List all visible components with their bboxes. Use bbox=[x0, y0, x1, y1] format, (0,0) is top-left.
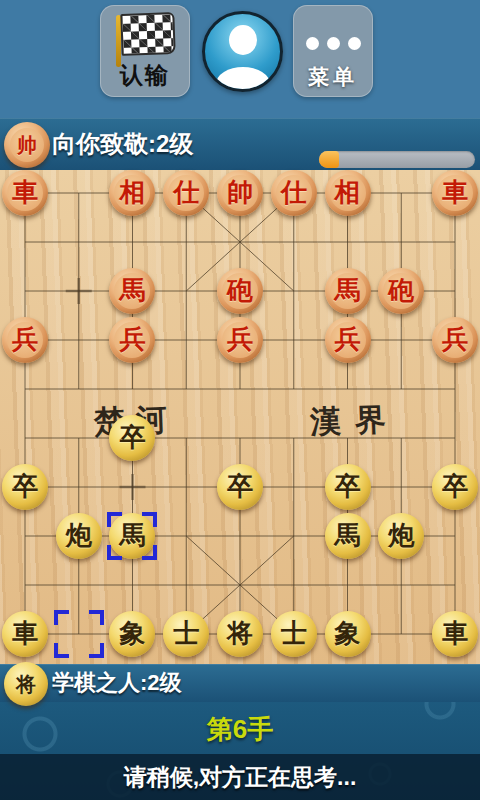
board-point[interactable]: 兵 bbox=[106, 315, 160, 364]
board-point[interactable]: 仕 bbox=[159, 168, 213, 217]
board-point[interactable]: 兵 bbox=[213, 315, 267, 364]
piece-label: 馬 bbox=[330, 518, 366, 554]
piece-label: 車 bbox=[437, 616, 473, 652]
board-point[interactable]: 炮 bbox=[374, 511, 428, 560]
piece-label: 兵 bbox=[114, 322, 150, 358]
black-piece-士[interactable]: 士 bbox=[271, 611, 317, 657]
board-point[interactable] bbox=[374, 168, 428, 217]
red-piece-兵[interactable]: 兵 bbox=[109, 317, 155, 363]
board-point[interactable] bbox=[106, 462, 160, 511]
piece-label: 炮 bbox=[383, 518, 419, 554]
piece-label: 仕 bbox=[168, 175, 204, 211]
board-point[interactable] bbox=[428, 217, 480, 266]
board-point[interactable] bbox=[106, 560, 160, 609]
flag-cloth bbox=[120, 12, 175, 56]
xiangqi-app: 认输 菜单 帅 向你致敬:2级 楚河 漢界 車相仕帥仕相車馬砲馬砲兵兵兵兵兵卒卒… bbox=[0, 0, 480, 800]
piece-label: 炮 bbox=[61, 518, 97, 554]
board-point[interactable] bbox=[213, 511, 267, 560]
board-point[interactable] bbox=[267, 511, 321, 560]
piece-label: 卒 bbox=[330, 469, 366, 505]
piece-label: 砲 bbox=[383, 273, 419, 309]
red-piece-相[interactable]: 相 bbox=[325, 170, 371, 216]
board-point[interactable] bbox=[428, 511, 480, 560]
board-point[interactable] bbox=[0, 413, 52, 462]
player-side-icon: 将 bbox=[4, 662, 48, 706]
status-toast: 请稍候,对方正在思考... bbox=[0, 754, 480, 800]
piece-label: 車 bbox=[7, 616, 43, 652]
piece-label: 象 bbox=[114, 616, 150, 652]
menu-button-label: 菜单 bbox=[293, 63, 373, 91]
board-point[interactable]: 砲 bbox=[213, 266, 267, 315]
board-point[interactable] bbox=[106, 217, 160, 266]
board-point[interactable] bbox=[0, 511, 52, 560]
board-point[interactable] bbox=[321, 560, 375, 609]
board-point[interactable]: 卒 bbox=[428, 462, 480, 511]
red-piece-馬[interactable]: 馬 bbox=[109, 268, 155, 314]
black-piece-象[interactable]: 象 bbox=[325, 611, 371, 657]
board-point[interactable] bbox=[428, 266, 480, 315]
red-piece-兵[interactable]: 兵 bbox=[432, 317, 478, 363]
board-point[interactable]: 仕 bbox=[267, 168, 321, 217]
black-piece-卒[interactable]: 卒 bbox=[2, 464, 48, 510]
board-point[interactable]: 車 bbox=[428, 168, 480, 217]
thinking-progress-fill bbox=[319, 151, 339, 168]
board-point[interactable] bbox=[374, 413, 428, 462]
piece-label: 砲 bbox=[222, 273, 258, 309]
black-piece-卒[interactable]: 卒 bbox=[217, 464, 263, 510]
board-point[interactable]: 相 bbox=[106, 168, 160, 217]
piece-label: 馬 bbox=[114, 273, 150, 309]
board-point[interactable] bbox=[321, 217, 375, 266]
board-point[interactable] bbox=[159, 315, 213, 364]
board-point[interactable] bbox=[52, 462, 106, 511]
piece-label: 卒 bbox=[222, 469, 258, 505]
piece-label: 卒 bbox=[114, 420, 150, 456]
board-point[interactable] bbox=[321, 413, 375, 462]
board-point[interactable] bbox=[52, 609, 106, 658]
red-piece-車[interactable]: 車 bbox=[2, 170, 48, 216]
ellipsis-icon bbox=[293, 37, 373, 50]
board-point[interactable] bbox=[374, 560, 428, 609]
board-point[interactable]: 兵 bbox=[321, 315, 375, 364]
board-point[interactable] bbox=[267, 266, 321, 315]
xiangqi-board: 楚河 漢界 車相仕帥仕相車馬砲馬砲兵兵兵兵兵卒卒卒卒卒炮馬馬炮車象士将士象車 bbox=[0, 170, 480, 664]
piece-label: 車 bbox=[7, 175, 43, 211]
board-point[interactable] bbox=[159, 266, 213, 315]
black-piece-象[interactable]: 象 bbox=[109, 611, 155, 657]
board-point[interactable] bbox=[106, 364, 160, 413]
opponent-avatar-button[interactable] bbox=[202, 11, 283, 92]
board-point[interactable] bbox=[428, 560, 480, 609]
board-point[interactable]: 士 bbox=[159, 609, 213, 658]
piece-label: 相 bbox=[330, 175, 366, 211]
board-point[interactable] bbox=[321, 364, 375, 413]
red-piece-仕[interactable]: 仕 bbox=[163, 170, 209, 216]
board-point[interactable] bbox=[267, 462, 321, 511]
board-point[interactable]: 馬 bbox=[106, 266, 160, 315]
board-point[interactable] bbox=[159, 364, 213, 413]
board-point[interactable] bbox=[159, 413, 213, 462]
piece-label: 象 bbox=[330, 616, 366, 652]
board-point[interactable] bbox=[159, 217, 213, 266]
board-point[interactable]: 象 bbox=[106, 609, 160, 658]
red-piece-兵[interactable]: 兵 bbox=[217, 317, 263, 363]
red-piece-馬[interactable]: 馬 bbox=[325, 268, 371, 314]
board-point[interactable] bbox=[159, 560, 213, 609]
thinking-progress-bar bbox=[319, 151, 475, 168]
board-point[interactable] bbox=[374, 315, 428, 364]
board-point[interactable]: 炮 bbox=[52, 511, 106, 560]
board-point[interactable]: 車 bbox=[0, 168, 52, 217]
black-piece-卒[interactable]: 卒 bbox=[432, 464, 478, 510]
board-point[interactable] bbox=[0, 266, 52, 315]
board-point[interactable] bbox=[213, 217, 267, 266]
piece-label: 兵 bbox=[437, 322, 473, 358]
board-point[interactable] bbox=[52, 315, 106, 364]
piece-label: 卒 bbox=[437, 469, 473, 505]
move-from-marker bbox=[54, 610, 104, 658]
board-point[interactable]: 卒 bbox=[106, 413, 160, 462]
board-point[interactable]: 車 bbox=[0, 609, 52, 658]
opponent-name: 向你致敬:2级 bbox=[52, 128, 193, 160]
black-piece-炮[interactable]: 炮 bbox=[56, 513, 102, 559]
player-side-icon-label: 将 bbox=[9, 667, 43, 701]
board-point[interactable] bbox=[428, 364, 480, 413]
opponent-side-icon: 帅 bbox=[4, 122, 50, 168]
board-point[interactable]: 車 bbox=[428, 609, 480, 658]
piece-label: 馬 bbox=[114, 518, 150, 554]
player-name: 学棋之人:2级 bbox=[52, 668, 182, 698]
board-point[interactable] bbox=[267, 560, 321, 609]
board-point[interactable] bbox=[0, 364, 52, 413]
red-piece-兵[interactable]: 兵 bbox=[325, 317, 371, 363]
board-point[interactable] bbox=[374, 609, 428, 658]
board-point[interactable] bbox=[52, 266, 106, 315]
board-point[interactable]: 将 bbox=[213, 609, 267, 658]
board-point[interactable]: 卒 bbox=[321, 462, 375, 511]
board-point[interactable] bbox=[374, 462, 428, 511]
move-counter: 第6手 bbox=[0, 712, 480, 747]
board-point[interactable] bbox=[267, 315, 321, 364]
piece-label: 仕 bbox=[276, 175, 312, 211]
board-point[interactable] bbox=[213, 364, 267, 413]
board-point[interactable]: 兵 bbox=[0, 315, 52, 364]
board-point[interactable]: 馬 bbox=[106, 511, 160, 560]
red-piece-砲[interactable]: 砲 bbox=[378, 268, 424, 314]
opponent-status-bar: 帅 向你致敬:2级 bbox=[0, 118, 480, 170]
opponent-side-icon-label: 帅 bbox=[10, 128, 44, 162]
player-status-bar: 将 学棋之人:2级 bbox=[0, 664, 480, 702]
board-point[interactable]: 砲 bbox=[374, 266, 428, 315]
board-point[interactable]: 馬 bbox=[321, 266, 375, 315]
board-point[interactable] bbox=[267, 413, 321, 462]
board-point[interactable] bbox=[0, 560, 52, 609]
board-point[interactable] bbox=[52, 413, 106, 462]
black-piece-車[interactable]: 車 bbox=[2, 611, 48, 657]
board-point[interactable] bbox=[267, 364, 321, 413]
piece-label: 兵 bbox=[7, 322, 43, 358]
board-point[interactable] bbox=[52, 364, 106, 413]
piece-label: 士 bbox=[276, 616, 312, 652]
piece-label: 兵 bbox=[222, 322, 258, 358]
board-point[interactable] bbox=[213, 413, 267, 462]
board-point[interactable] bbox=[159, 462, 213, 511]
status-toast-text: 请稍候,对方正在思考... bbox=[124, 762, 357, 793]
red-piece-帥[interactable]: 帥 bbox=[217, 170, 263, 216]
board-point[interactable] bbox=[374, 217, 428, 266]
board-point[interactable] bbox=[0, 217, 52, 266]
board-point[interactable]: 卒 bbox=[0, 462, 52, 511]
red-piece-車[interactable]: 車 bbox=[432, 170, 478, 216]
black-piece-将[interactable]: 将 bbox=[217, 611, 263, 657]
board-point[interactable] bbox=[428, 413, 480, 462]
board-grid: 車相仕帥仕相車馬砲馬砲兵兵兵兵兵卒卒卒卒卒炮馬馬炮車象士将士象車 bbox=[0, 168, 480, 658]
piece-label: 士 bbox=[168, 616, 204, 652]
red-piece-仕[interactable]: 仕 bbox=[271, 170, 317, 216]
piece-label: 将 bbox=[222, 616, 258, 652]
board-point[interactable] bbox=[213, 560, 267, 609]
board-point[interactable]: 士 bbox=[267, 609, 321, 658]
board-point[interactable]: 馬 bbox=[321, 511, 375, 560]
checkered-flag-icon bbox=[116, 13, 176, 65]
black-piece-車[interactable]: 車 bbox=[432, 611, 478, 657]
red-piece-砲[interactable]: 砲 bbox=[217, 268, 263, 314]
board-point[interactable] bbox=[159, 511, 213, 560]
board-point[interactable] bbox=[52, 560, 106, 609]
black-piece-卒[interactable]: 卒 bbox=[325, 464, 371, 510]
piece-label: 兵 bbox=[330, 322, 366, 358]
avatar-icon bbox=[229, 25, 257, 55]
board-point[interactable] bbox=[52, 168, 106, 217]
piece-label: 相 bbox=[114, 175, 150, 211]
board-point[interactable]: 象 bbox=[321, 609, 375, 658]
black-piece-士[interactable]: 士 bbox=[163, 611, 209, 657]
piece-label: 帥 bbox=[222, 175, 258, 211]
board-point[interactable] bbox=[52, 217, 106, 266]
board-point[interactable]: 卒 bbox=[213, 462, 267, 511]
black-piece-馬[interactable]: 馬 bbox=[325, 513, 371, 559]
black-piece-卒[interactable]: 卒 bbox=[109, 415, 155, 461]
board-point[interactable]: 帥 bbox=[213, 168, 267, 217]
red-piece-兵[interactable]: 兵 bbox=[2, 317, 48, 363]
resign-button[interactable]: 认输 bbox=[100, 5, 190, 97]
black-piece-炮[interactable]: 炮 bbox=[378, 513, 424, 559]
board-point[interactable]: 兵 bbox=[428, 315, 480, 364]
black-piece-馬[interactable]: 馬 bbox=[109, 513, 155, 559]
resign-button-label: 认输 bbox=[100, 60, 190, 91]
menu-button[interactable]: 菜单 bbox=[293, 5, 373, 97]
board-point[interactable] bbox=[267, 217, 321, 266]
board-point[interactable] bbox=[374, 364, 428, 413]
piece-label: 車 bbox=[437, 175, 473, 211]
red-piece-相[interactable]: 相 bbox=[109, 170, 155, 216]
piece-label: 馬 bbox=[330, 273, 366, 309]
board-point[interactable]: 相 bbox=[321, 168, 375, 217]
piece-label: 卒 bbox=[7, 469, 43, 505]
